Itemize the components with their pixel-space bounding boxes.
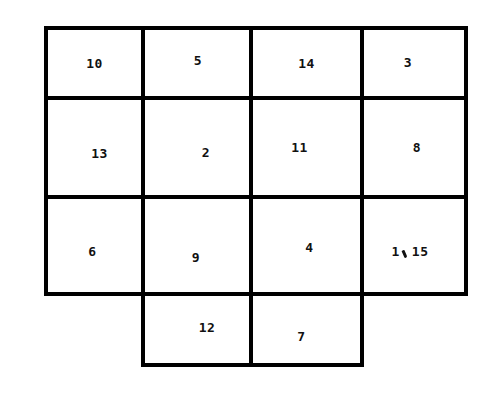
grid-cell-r1c3: 14: [249, 26, 364, 100]
cell-value: 7: [297, 330, 305, 343]
cell-value: 4: [305, 241, 313, 254]
grid-cell-r3c2: 9: [141, 195, 253, 296]
cell-value: 14: [298, 57, 315, 70]
grid-cell-r1c2: 5: [141, 26, 253, 100]
grid-cell-r3c4: 115: [360, 195, 468, 296]
cell-value: 2: [202, 146, 210, 159]
grid-cell-r3c1: 6: [44, 195, 145, 296]
cell-value: 12: [199, 321, 216, 334]
cell-value-part-1: 1: [392, 245, 400, 258]
grid-cell-r4c2: 12: [141, 292, 253, 367]
cell-value: 9: [192, 251, 200, 264]
cell-value: 11: [291, 141, 308, 154]
cell-value: 5: [194, 54, 202, 67]
cell-value: 10: [86, 57, 103, 70]
cell-value: 8: [413, 141, 421, 154]
grid-cell-r2c3: 11: [249, 96, 364, 199]
grid-cell-r2c4: 8: [360, 96, 468, 199]
puzzle-board: 10 5 14 3 13 2 11 8 6 9 4: [46, 28, 466, 365]
cell-value-part-2: 15: [412, 245, 429, 258]
grid-cell-r4c3: 7: [249, 292, 364, 367]
cell-value: 115: [392, 245, 429, 258]
drawing-canvas: 10 5 14 3 13 2 11 8 6 9 4: [0, 0, 500, 398]
grid-cell-r3c3: 4: [249, 195, 364, 296]
grid-cell-r1c4: 3: [360, 26, 468, 100]
ideographic-comma-glyph: [401, 250, 407, 259]
cell-value: 6: [88, 245, 96, 258]
cell-value: 13: [91, 147, 108, 160]
cell-value: 3: [404, 56, 412, 69]
grid-cell-r2c1: 13: [44, 96, 145, 199]
grid-cell-r2c2: 2: [141, 96, 253, 199]
grid-cell-r1c1: 10: [44, 26, 145, 100]
